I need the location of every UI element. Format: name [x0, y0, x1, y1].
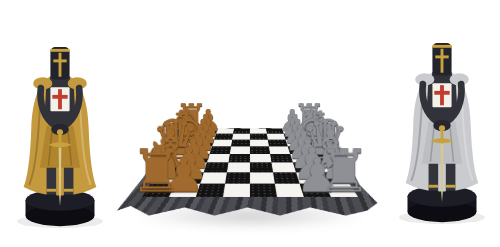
square-e6 — [269, 146, 290, 154]
square-c1: ♝ — [158, 163, 186, 173]
square-c5 — [250, 163, 273, 173]
square-f5 — [250, 140, 269, 147]
square-d4 — [228, 154, 250, 163]
square-e2: ♟ — [190, 146, 213, 154]
square-f4 — [231, 140, 250, 147]
square-b1: ♞ — [150, 172, 180, 183]
square-a5 — [250, 184, 277, 197]
square-c2: ♟ — [181, 163, 207, 173]
piece-black-rook: ♜ — [292, 103, 326, 132]
square-a4 — [223, 184, 250, 197]
gold-crusader-figurine — [12, 24, 108, 230]
knight-figurine-icon — [394, 20, 490, 226]
square-e3 — [210, 146, 231, 154]
square-d8: ♛ — [310, 154, 336, 163]
piece-black-knight: ♞ — [294, 107, 329, 138]
great-helm-icon — [50, 47, 69, 80]
square-d3 — [207, 154, 230, 163]
square-f3 — [212, 140, 232, 147]
square-c8: ♝ — [315, 163, 343, 173]
square-f2: ♟ — [193, 140, 214, 147]
square-e8: ♚ — [307, 146, 331, 154]
square-d5 — [250, 154, 272, 163]
square-a3 — [196, 184, 225, 197]
square-c3 — [204, 163, 229, 173]
square-d6 — [270, 154, 293, 163]
knight-figurine-icon — [12, 24, 108, 230]
square-b5 — [250, 172, 275, 183]
square-b8: ♞ — [319, 172, 349, 183]
square-b4 — [225, 172, 250, 183]
great-helm-icon — [432, 43, 451, 76]
square-a8: ♜ — [325, 184, 358, 197]
square-b2: ♟ — [175, 172, 204, 183]
square-c6 — [272, 163, 297, 173]
square-f8: ♝ — [304, 140, 326, 147]
square-f6 — [268, 140, 288, 147]
square-b3 — [200, 172, 227, 183]
silver-crusader-figurine — [394, 20, 490, 226]
product-photo: ♜♟♟♜♞♟♟♞♝♟♟♝♚♟♟♚♛♟♟♛♝♟♟♝♞♟♟♞♜♟♟♜ — [0, 0, 500, 247]
square-e4 — [230, 146, 250, 154]
chess-board: ♜♟♟♜♞♟♟♞♝♟♟♝♚♟♟♚♛♟♟♛♝♟♟♝♞♟♟♞♜♟♟♜ — [142, 128, 358, 197]
square-d2: ♟ — [185, 154, 209, 163]
square-e5 — [250, 146, 270, 154]
chess-board-scene: ♜♟♟♜♞♟♟♞♝♟♟♝♚♟♟♚♛♟♟♛♝♟♟♝♞♟♟♞♜♟♟♜ — [110, 10, 390, 237]
square-c4 — [227, 163, 250, 173]
